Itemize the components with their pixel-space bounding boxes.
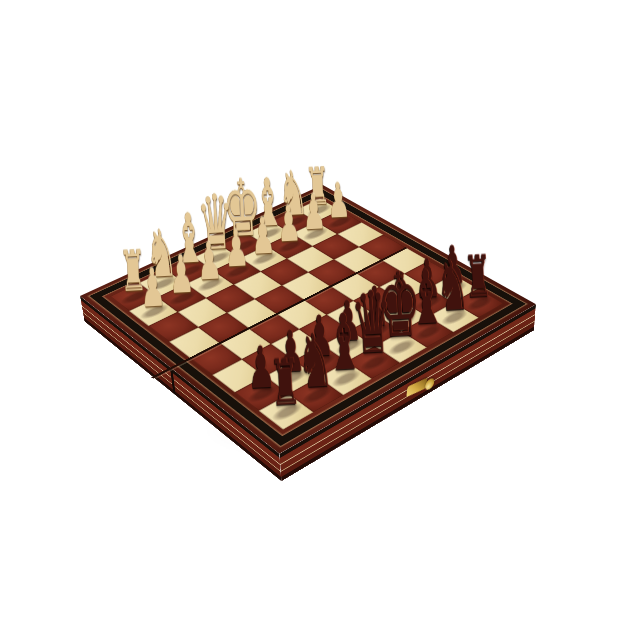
rook-glyph: ♜ [258,350,312,416]
pawn-glyph: ♟ [128,261,176,316]
product-photo-scene: ♜♞♝♛♚♝♞♜♟♟♟♟♟♟♟♟♟♟♟♟♟♟♟♟♜♞♝♛♚♝♞♜ [0,0,640,617]
